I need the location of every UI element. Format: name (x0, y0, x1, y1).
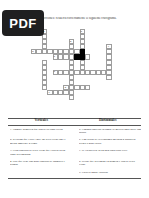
worksheet-instructions: Instrucciones: resuelva correctamente el… (37, 17, 145, 21)
clue-item: 8. Sector que determina en número y tipo… (79, 160, 141, 167)
cell-number: 5 (32, 50, 33, 52)
clue-table-header-row: Verticales Horizontales (8, 119, 141, 122)
cell-number: 4 (108, 45, 109, 47)
cell-number: 7 (54, 70, 55, 72)
horizontals-header: Horizontales (75, 119, 142, 122)
clue-item: 3. Gran cantidad de seres vivos que exis… (10, 149, 70, 156)
clue-item: 6. Con ayuda de la tecnología mejoran o … (79, 138, 141, 145)
cell-number: 3 (70, 40, 71, 42)
pdf-thumbnail-page: PDF Instrucciones: resuelva correctament… (0, 0, 149, 198)
pdf-badge-label: PDF (9, 16, 37, 31)
empty-cell (112, 95, 117, 100)
cell-number: 6 (54, 55, 55, 57)
clue-table-rule-mid (8, 125, 141, 126)
horizontals-clue-list: 5. Lagunas costeras en donde se mezcla a… (79, 128, 141, 182)
verticals-header: Verticales (8, 119, 75, 122)
cell-number: 1 (81, 30, 82, 32)
cell-number: 9 (48, 91, 49, 93)
clue-item: 4. País que tiene una gran cantidad de a… (10, 160, 70, 167)
pdf-badge: PDF (2, 10, 44, 36)
verticals-clue-list: 1. Nombre primitivo que dan de su lugar … (10, 128, 70, 171)
clue-item: 7. Se establecen en un solo lugar para v… (79, 149, 141, 156)
clue-item: 2. Relación que existe entre los seres v… (10, 138, 70, 145)
clue-item: 1. Nombre primitivo que dan de su lugar … (10, 128, 70, 135)
cell-number: 8 (65, 86, 66, 88)
crossword-grid: 213456789 (31, 29, 117, 100)
clue-item: 5. Lagunas costeras en donde se mezcla a… (79, 128, 141, 135)
clue-table-rule-bottom (8, 178, 141, 179)
